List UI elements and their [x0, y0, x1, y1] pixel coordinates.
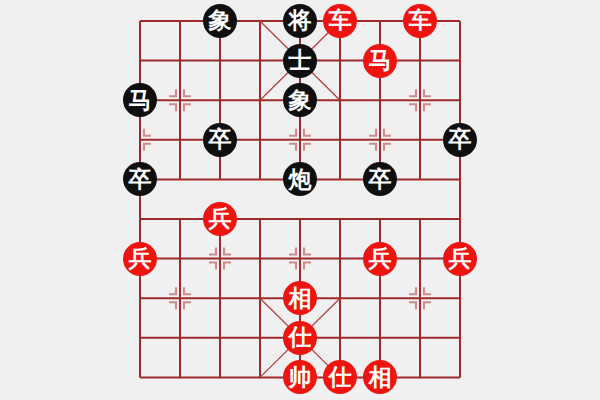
piece-red-chariot[interactable]: 车 — [323, 4, 357, 38]
piece-black-elephant[interactable]: 象 — [283, 83, 317, 117]
piece-black-horse[interactable]: 马 — [123, 83, 157, 117]
piece-red-soldier[interactable]: 兵 — [203, 202, 237, 236]
piece-red-advisor[interactable]: 仕 — [323, 360, 357, 394]
piece-red-advisor[interactable]: 仕 — [283, 321, 317, 355]
piece-black-elephant[interactable]: 象 — [203, 4, 237, 38]
piece-black-soldier[interactable]: 卒 — [203, 123, 237, 157]
piece-black-general[interactable]: 将 — [283, 4, 317, 38]
piece-black-cannon[interactable]: 炮 — [283, 162, 317, 196]
piece-red-general[interactable]: 帅 — [283, 360, 317, 394]
piece-red-soldier[interactable]: 兵 — [443, 242, 477, 276]
xiangqi-app: 象将车车士马马象卒卒卒炮卒兵兵兵兵相仕帅仕相 — [0, 0, 600, 400]
pieces-grid: 象将车车士马马象卒卒卒炮卒兵兵兵兵相仕帅仕相 — [120, 1, 480, 397]
piece-red-horse[interactable]: 马 — [363, 44, 397, 78]
piece-red-chariot[interactable]: 车 — [403, 4, 437, 38]
piece-black-advisor[interactable]: 士 — [283, 44, 317, 78]
piece-red-elephant[interactable]: 相 — [363, 360, 397, 394]
piece-red-soldier[interactable]: 兵 — [123, 242, 157, 276]
piece-black-soldier[interactable]: 卒 — [123, 162, 157, 196]
piece-red-elephant[interactable]: 相 — [283, 281, 317, 315]
piece-black-soldier[interactable]: 卒 — [443, 123, 477, 157]
piece-black-soldier[interactable]: 卒 — [363, 162, 397, 196]
piece-red-soldier[interactable]: 兵 — [363, 242, 397, 276]
